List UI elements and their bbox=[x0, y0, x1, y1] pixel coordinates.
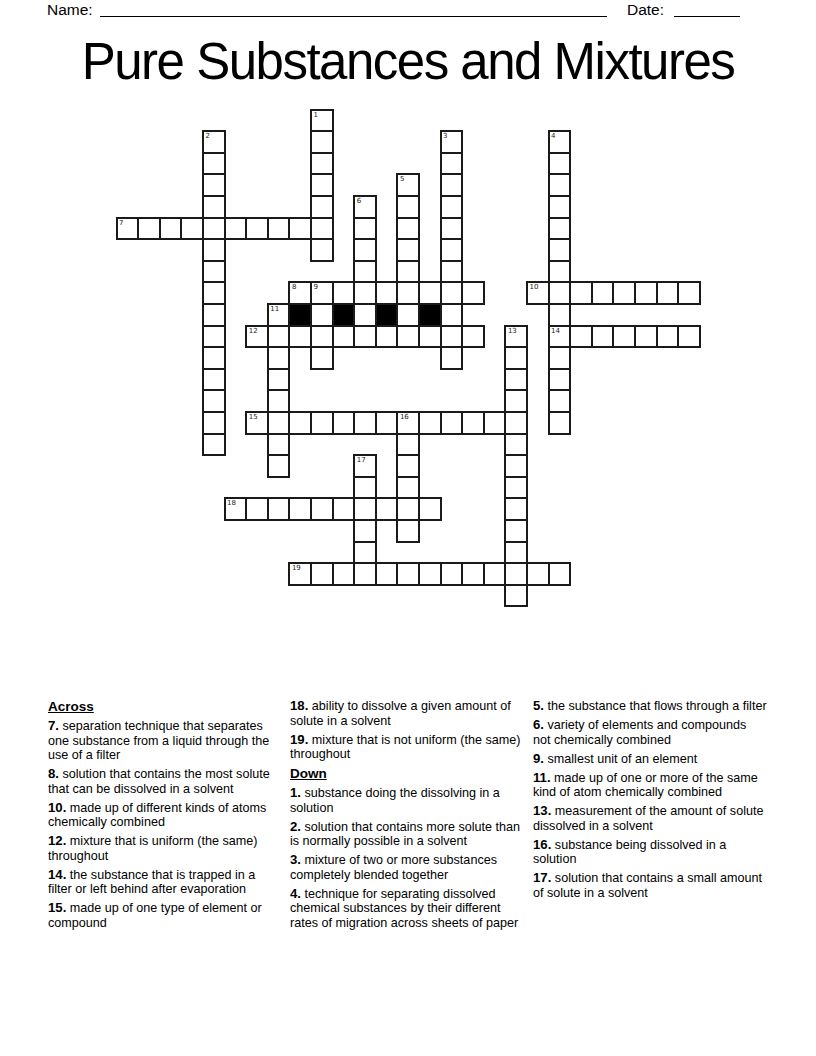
grid-cell[interactable] bbox=[396, 238, 420, 262]
grid-cell[interactable] bbox=[504, 497, 528, 521]
grid-cell[interactable] bbox=[504, 389, 528, 413]
grid-cell[interactable] bbox=[569, 281, 593, 305]
worksheet-page: Name: Date: Pure Substances and Mixtures… bbox=[0, 0, 816, 1056]
grid-cell[interactable] bbox=[202, 433, 226, 457]
grid-cell[interactable] bbox=[202, 173, 226, 197]
clue-number-label: 18. bbox=[290, 698, 308, 713]
grid-cell[interactable] bbox=[440, 217, 464, 241]
grid-cell[interactable] bbox=[440, 346, 464, 370]
grid-cell[interactable] bbox=[267, 325, 291, 349]
clue-4-down: 4. technique for separating dissolved ch… bbox=[290, 887, 526, 931]
grid-cell[interactable] bbox=[418, 497, 442, 521]
grid-cell[interactable] bbox=[461, 411, 485, 435]
grid-cell[interactable] bbox=[375, 281, 399, 305]
cell-number: 16 bbox=[400, 414, 409, 421]
clue-8-across: 8. solution that contains the most solut… bbox=[48, 767, 280, 796]
clue-number-label: 10. bbox=[48, 800, 66, 815]
clue-column: 18. ability to dissolve a given amount o… bbox=[290, 699, 526, 935]
grid-cell[interactable] bbox=[440, 325, 464, 349]
clue-number-label: 15. bbox=[48, 900, 66, 915]
grid-cell[interactable] bbox=[504, 368, 528, 392]
grid-cell[interactable] bbox=[548, 303, 572, 327]
grid-cell[interactable] bbox=[202, 389, 226, 413]
cell-number: 17 bbox=[357, 457, 366, 464]
grid-cell[interactable] bbox=[310, 303, 334, 327]
grid-cell[interactable] bbox=[548, 152, 572, 176]
grid-cell[interactable] bbox=[332, 411, 356, 435]
clue-13-down: 13. measurement of the amount of solute … bbox=[533, 804, 767, 833]
cell-number: 6 bbox=[357, 198, 361, 205]
grid-cell[interactable] bbox=[310, 152, 334, 176]
grid-cell[interactable] bbox=[634, 281, 658, 305]
clue-number-label: 13. bbox=[533, 803, 551, 818]
grid-cell[interactable] bbox=[375, 411, 399, 435]
grid-cell[interactable] bbox=[440, 238, 464, 262]
grid-cell[interactable] bbox=[224, 217, 248, 241]
clue-number-label: 7. bbox=[48, 718, 59, 733]
cell-number: 3 bbox=[443, 133, 447, 140]
grid-cell[interactable] bbox=[656, 281, 680, 305]
clue-number-label: 3. bbox=[290, 852, 301, 867]
grid-cell[interactable] bbox=[202, 195, 226, 219]
clue-12-across: 12. mixture that is uniform (the same) t… bbox=[48, 834, 280, 863]
crossword-grid: 12345678910111213141516171819 bbox=[116, 109, 702, 609]
grid-cell[interactable] bbox=[202, 152, 226, 176]
grid-cell[interactable] bbox=[440, 173, 464, 197]
grid-cell[interactable] bbox=[267, 217, 291, 241]
grid-cell[interactable] bbox=[332, 281, 356, 305]
grid-cell[interactable] bbox=[353, 497, 377, 521]
grid-cell[interactable] bbox=[440, 260, 464, 284]
grid-cell[interactable] bbox=[440, 152, 464, 176]
grid-cell[interactable] bbox=[548, 260, 572, 284]
grid-cell[interactable] bbox=[310, 325, 334, 349]
grid-cell[interactable] bbox=[461, 281, 485, 305]
grid-cell[interactable] bbox=[202, 281, 226, 305]
grid-cell[interactable] bbox=[418, 411, 442, 435]
grid-cell[interactable] bbox=[591, 281, 615, 305]
name-blank-line[interactable] bbox=[100, 0, 607, 17]
cell-number: 15 bbox=[249, 414, 258, 421]
grid-cell[interactable] bbox=[202, 303, 226, 327]
across-header: Across bbox=[48, 699, 280, 714]
grid-cell[interactable] bbox=[353, 325, 377, 349]
grid-cell[interactable] bbox=[202, 368, 226, 392]
cell-number: 12 bbox=[249, 328, 258, 335]
grid-cell[interactable] bbox=[267, 433, 291, 457]
clue-number-label: 4. bbox=[290, 886, 301, 901]
clue-14-across: 14. the substance that is trapped in a f… bbox=[48, 868, 280, 897]
clue-number-label: 12. bbox=[48, 833, 66, 848]
grid-cell[interactable] bbox=[267, 389, 291, 413]
grid-cell[interactable] bbox=[245, 217, 269, 241]
grid-cell[interactable] bbox=[310, 173, 334, 197]
grid-cell[interactable] bbox=[310, 130, 334, 154]
grid-cell[interactable] bbox=[504, 541, 528, 565]
cell-number: 5 bbox=[400, 176, 404, 183]
clue-number-label: 11. bbox=[533, 770, 551, 785]
clue-10-across: 10. made up of different kinds of atoms … bbox=[48, 801, 280, 830]
grid-cell[interactable] bbox=[310, 346, 334, 370]
grid-cell[interactable] bbox=[267, 454, 291, 478]
name-label: Name: bbox=[47, 1, 93, 19]
grid-cell[interactable] bbox=[353, 217, 377, 241]
clue-number-label: 16. bbox=[533, 837, 551, 852]
grid-cell[interactable] bbox=[353, 303, 377, 327]
grid-cell[interactable] bbox=[440, 195, 464, 219]
grid-cell[interactable] bbox=[483, 562, 507, 586]
grid-cell[interactable] bbox=[353, 562, 377, 586]
clue-number-label: 2. bbox=[290, 819, 301, 834]
grid-cell[interactable] bbox=[267, 497, 291, 521]
cell-number: 11 bbox=[270, 306, 279, 313]
grid-cell[interactable] bbox=[396, 519, 420, 543]
grid-cell[interactable] bbox=[159, 217, 183, 241]
grid-cell[interactable] bbox=[396, 281, 420, 305]
grid-cell[interactable] bbox=[353, 260, 377, 284]
clue-5-down: 5. the substance that flows through a fi… bbox=[533, 699, 767, 714]
grid-cell[interactable] bbox=[504, 476, 528, 500]
cell-number: 1 bbox=[313, 112, 317, 119]
clue-19-across: 19. mixture that is not uniform (the sam… bbox=[290, 733, 526, 762]
cell-number: 8 bbox=[292, 284, 296, 291]
grid-cell[interactable] bbox=[612, 325, 636, 349]
grid-cell[interactable] bbox=[396, 303, 420, 327]
grid-cell[interactable] bbox=[461, 325, 485, 349]
grid-cell[interactable] bbox=[288, 217, 312, 241]
grid-cell[interactable] bbox=[548, 368, 572, 392]
grid-cell[interactable] bbox=[396, 260, 420, 284]
grid-cell[interactable] bbox=[504, 562, 528, 586]
grid-cell[interactable] bbox=[396, 562, 420, 586]
grid-cell[interactable] bbox=[504, 584, 528, 608]
page-title: Pure Substances and Mixtures bbox=[0, 33, 816, 91]
grid-cell[interactable] bbox=[634, 325, 658, 349]
grid-cell[interactable] bbox=[548, 411, 572, 435]
grid-cell[interactable] bbox=[180, 217, 204, 241]
cell-number: 9 bbox=[313, 284, 317, 291]
clue-2-down: 2. solution that contains more solute th… bbox=[290, 820, 526, 849]
grid-cell[interactable] bbox=[461, 562, 485, 586]
date-blank-line[interactable] bbox=[674, 0, 740, 17]
grid-cell[interactable] bbox=[548, 562, 572, 586]
clue-17-down: 17. solution that contains a small amoun… bbox=[533, 871, 767, 900]
grid-cell[interactable] bbox=[310, 195, 334, 219]
clue-number-label: 6. bbox=[533, 717, 544, 732]
clue-number-label: 9. bbox=[533, 751, 544, 766]
grid-cell[interactable] bbox=[353, 541, 377, 565]
cell-number: 7 bbox=[119, 220, 123, 227]
grid-cell[interactable] bbox=[288, 497, 312, 521]
grid-cell[interactable] bbox=[504, 411, 528, 435]
grid-cell[interactable] bbox=[245, 497, 269, 521]
grid-cell[interactable] bbox=[332, 497, 356, 521]
grid-cell[interactable] bbox=[396, 454, 420, 478]
grid-cell[interactable] bbox=[440, 281, 464, 305]
clue-15-across: 15. made up of one type of element or co… bbox=[48, 901, 280, 930]
grid-cell[interactable] bbox=[202, 260, 226, 284]
grid-cell[interactable] bbox=[418, 562, 442, 586]
grid-cell[interactable] bbox=[548, 389, 572, 413]
grid-cell[interactable] bbox=[267, 368, 291, 392]
clue-11-down: 11. made up of one or more of the same k… bbox=[533, 771, 767, 800]
grid-cell[interactable] bbox=[310, 497, 334, 521]
grid-cell[interactable] bbox=[396, 497, 420, 521]
date-label: Date: bbox=[627, 1, 664, 19]
clue-6-down: 6. variety of elements and compounds not… bbox=[533, 718, 767, 747]
grid-cell[interactable] bbox=[591, 325, 615, 349]
grid-cell[interactable] bbox=[310, 562, 334, 586]
black-cell bbox=[375, 303, 399, 327]
grid-cell[interactable] bbox=[375, 562, 399, 586]
grid-cell[interactable] bbox=[267, 411, 291, 435]
cell-number: 10 bbox=[529, 284, 538, 291]
grid-cell[interactable] bbox=[137, 217, 161, 241]
clue-7-across: 7. separation technique that separates o… bbox=[48, 719, 280, 763]
grid-cell[interactable] bbox=[310, 411, 334, 435]
grid-cell[interactable] bbox=[353, 281, 377, 305]
black-cell bbox=[332, 303, 356, 327]
grid-cell[interactable] bbox=[396, 433, 420, 457]
clue-column: 5. the substance that flows through a fi… bbox=[533, 699, 767, 905]
grid-cell[interactable] bbox=[677, 281, 701, 305]
clue-number-label: 8. bbox=[48, 766, 59, 781]
grid-cell[interactable] bbox=[396, 476, 420, 500]
grid-cell[interactable] bbox=[418, 281, 442, 305]
grid-cell[interactable] bbox=[483, 411, 507, 435]
grid-cell[interactable] bbox=[548, 238, 572, 262]
grid-cell[interactable] bbox=[375, 497, 399, 521]
grid-cell[interactable] bbox=[396, 325, 420, 349]
grid-cell[interactable] bbox=[288, 411, 312, 435]
cell-number: 18 bbox=[227, 500, 236, 507]
grid-cell[interactable] bbox=[353, 519, 377, 543]
cell-number: 19 bbox=[292, 565, 301, 572]
grid-cell[interactable] bbox=[440, 562, 464, 586]
grid-cell[interactable] bbox=[418, 325, 442, 349]
grid-cell[interactable] bbox=[332, 325, 356, 349]
grid-cell[interactable] bbox=[202, 325, 226, 349]
cell-number: 13 bbox=[508, 328, 517, 335]
down-header: Down bbox=[290, 766, 526, 781]
grid-cell[interactable] bbox=[504, 433, 528, 457]
grid-cell[interactable] bbox=[353, 238, 377, 262]
black-cell bbox=[288, 303, 312, 327]
grid-cell[interactable] bbox=[504, 519, 528, 543]
grid-cell[interactable] bbox=[548, 217, 572, 241]
grid-cell[interactable] bbox=[548, 173, 572, 197]
grid-cell[interactable] bbox=[396, 195, 420, 219]
grid-cell[interactable] bbox=[202, 346, 226, 370]
clue-9-down: 9. smallest unit of an element bbox=[533, 752, 767, 767]
grid-cell[interactable] bbox=[677, 325, 701, 349]
clue-1-down: 1. substance doing the dissolving in a s… bbox=[290, 786, 526, 815]
clue-number-label: 5. bbox=[533, 698, 544, 713]
grid-cell[interactable] bbox=[526, 562, 550, 586]
grid-cell[interactable] bbox=[569, 325, 593, 349]
clue-number-label: 1. bbox=[290, 785, 301, 800]
cell-number: 4 bbox=[551, 133, 555, 140]
clue-number-label: 14. bbox=[48, 867, 66, 882]
cell-number: 14 bbox=[551, 328, 560, 335]
grid-cell[interactable] bbox=[288, 325, 312, 349]
grid-cell[interactable] bbox=[548, 281, 572, 305]
clue-column: Across7. separation technique that separ… bbox=[48, 699, 280, 935]
grid-cell[interactable] bbox=[440, 411, 464, 435]
grid-cell[interactable] bbox=[310, 217, 334, 241]
grid-cell[interactable] bbox=[202, 238, 226, 262]
grid-cell[interactable] bbox=[353, 476, 377, 500]
grid-cell[interactable] bbox=[504, 454, 528, 478]
cell-number: 2 bbox=[205, 133, 209, 140]
clue-number-label: 17. bbox=[533, 870, 551, 885]
grid-cell[interactable] bbox=[267, 346, 291, 370]
grid-cell[interactable] bbox=[202, 411, 226, 435]
clue-number-label: 19. bbox=[290, 732, 308, 747]
grid-cell[interactable] bbox=[656, 325, 680, 349]
grid-cell[interactable] bbox=[202, 217, 226, 241]
grid-cell[interactable] bbox=[353, 411, 377, 435]
clue-18-across: 18. ability to dissolve a given amount o… bbox=[290, 699, 526, 728]
grid-cell[interactable] bbox=[612, 281, 636, 305]
grid-cell[interactable] bbox=[396, 217, 420, 241]
grid-cell[interactable] bbox=[548, 346, 572, 370]
grid-cell[interactable] bbox=[332, 562, 356, 586]
grid-cell[interactable] bbox=[504, 346, 528, 370]
black-cell bbox=[418, 303, 442, 327]
clue-3-down: 3. mixture of two or more substances com… bbox=[290, 853, 526, 882]
grid-cell[interactable] bbox=[310, 238, 334, 262]
grid-cell[interactable] bbox=[440, 303, 464, 327]
clue-16-down: 16. substance being dissolved in a solut… bbox=[533, 838, 767, 867]
grid-cell[interactable] bbox=[548, 195, 572, 219]
grid-cell[interactable] bbox=[375, 325, 399, 349]
